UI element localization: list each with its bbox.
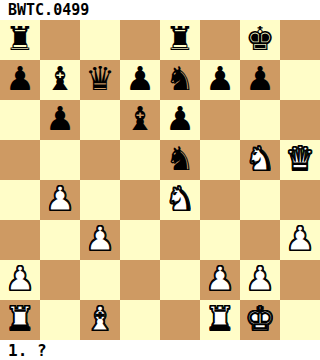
square-f1[interactable]: ♜ — [200, 300, 240, 340]
square-f8[interactable] — [200, 20, 240, 60]
square-e6[interactable]: ♟ — [160, 100, 200, 140]
square-c6[interactable] — [80, 100, 120, 140]
white-knight: ♞ — [165, 179, 195, 219]
square-e3[interactable] — [160, 220, 200, 260]
square-c1[interactable]: ♝ — [80, 300, 120, 340]
square-h1[interactable] — [280, 300, 320, 340]
black-pawn: ♟ — [165, 99, 195, 139]
black-pawn: ♟ — [125, 59, 155, 99]
square-h8[interactable] — [280, 20, 320, 60]
square-e1[interactable] — [160, 300, 200, 340]
square-b5[interactable] — [40, 140, 80, 180]
square-b8[interactable] — [40, 20, 80, 60]
square-d4[interactable] — [120, 180, 160, 220]
black-queen: ♛ — [85, 59, 115, 99]
square-f3[interactable] — [200, 220, 240, 260]
square-c4[interactable] — [80, 180, 120, 220]
statusbar: 1. ? — [0, 340, 320, 360]
black-rook: ♜ — [5, 19, 35, 59]
square-g4[interactable] — [240, 180, 280, 220]
square-b6[interactable]: ♟ — [40, 100, 80, 140]
white-pawn: ♟ — [205, 259, 235, 299]
square-g1[interactable]: ♚ — [240, 300, 280, 340]
square-g2[interactable]: ♟ — [240, 260, 280, 300]
square-f2[interactable]: ♟ — [200, 260, 240, 300]
square-h3[interactable]: ♟ — [280, 220, 320, 260]
square-f6[interactable] — [200, 100, 240, 140]
black-knight: ♞ — [165, 59, 195, 99]
square-d7[interactable]: ♟ — [120, 60, 160, 100]
white-pawn: ♟ — [285, 219, 315, 259]
white-pawn: ♟ — [5, 259, 35, 299]
square-g3[interactable] — [240, 220, 280, 260]
square-b1[interactable] — [40, 300, 80, 340]
square-h5[interactable]: ♛ — [280, 140, 320, 180]
square-c3[interactable]: ♟ — [80, 220, 120, 260]
white-bishop: ♝ — [85, 299, 115, 339]
square-e8[interactable]: ♜ — [160, 20, 200, 60]
white-pawn: ♟ — [245, 259, 275, 299]
square-d8[interactable] — [120, 20, 160, 60]
black-bishop: ♝ — [45, 59, 75, 99]
square-d2[interactable] — [120, 260, 160, 300]
square-d1[interactable] — [120, 300, 160, 340]
square-h6[interactable] — [280, 100, 320, 140]
black-pawn: ♟ — [45, 99, 75, 139]
black-pawn: ♟ — [245, 59, 275, 99]
white-pawn: ♟ — [85, 219, 115, 259]
square-f7[interactable]: ♟ — [200, 60, 240, 100]
square-a4[interactable] — [0, 180, 40, 220]
square-g7[interactable]: ♟ — [240, 60, 280, 100]
square-a7[interactable]: ♟ — [0, 60, 40, 100]
square-c2[interactable] — [80, 260, 120, 300]
black-bishop: ♝ — [125, 99, 155, 139]
square-a2[interactable]: ♟ — [0, 260, 40, 300]
square-a3[interactable] — [0, 220, 40, 260]
white-king: ♚ — [245, 299, 275, 339]
white-knight: ♞ — [245, 139, 275, 179]
puzzle-title: BWTC.0499 — [8, 1, 89, 19]
white-rook: ♜ — [5, 299, 35, 339]
square-d3[interactable] — [120, 220, 160, 260]
square-b4[interactable]: ♟ — [40, 180, 80, 220]
square-h4[interactable] — [280, 180, 320, 220]
square-b7[interactable]: ♝ — [40, 60, 80, 100]
square-b3[interactable] — [40, 220, 80, 260]
move-prompt: 1. ? — [8, 341, 47, 360]
chess-puzzle-window: { "game": "chess", "header": { "title": … — [0, 0, 320, 360]
square-a1[interactable]: ♜ — [0, 300, 40, 340]
square-a8[interactable]: ♜ — [0, 20, 40, 60]
white-pawn: ♟ — [45, 179, 75, 219]
chessboard: ♜♜♚♟♝♛♟♞♟♟♟♝♟♞♞♛♟♞♟♟♟♟♟♜♝♜♚ — [0, 20, 320, 340]
black-knight: ♞ — [165, 139, 195, 179]
square-d5[interactable] — [120, 140, 160, 180]
square-d6[interactable]: ♝ — [120, 100, 160, 140]
black-king: ♚ — [245, 19, 275, 59]
black-rook: ♜ — [165, 19, 195, 59]
square-g6[interactable] — [240, 100, 280, 140]
square-f5[interactable] — [200, 140, 240, 180]
square-e4[interactable]: ♞ — [160, 180, 200, 220]
white-rook: ♜ — [205, 299, 235, 339]
square-f4[interactable] — [200, 180, 240, 220]
square-g8[interactable]: ♚ — [240, 20, 280, 60]
square-c7[interactable]: ♛ — [80, 60, 120, 100]
square-e7[interactable]: ♞ — [160, 60, 200, 100]
black-pawn: ♟ — [5, 59, 35, 99]
square-h2[interactable] — [280, 260, 320, 300]
black-pawn: ♟ — [205, 59, 235, 99]
titlebar: BWTC.0499 — [0, 0, 320, 20]
white-queen: ♛ — [285, 139, 315, 179]
square-a5[interactable] — [0, 140, 40, 180]
square-h7[interactable] — [280, 60, 320, 100]
square-b2[interactable] — [40, 260, 80, 300]
square-g5[interactable]: ♞ — [240, 140, 280, 180]
square-c5[interactable] — [80, 140, 120, 180]
square-e2[interactable] — [160, 260, 200, 300]
square-a6[interactable] — [0, 100, 40, 140]
square-c8[interactable] — [80, 20, 120, 60]
square-e5[interactable]: ♞ — [160, 140, 200, 180]
